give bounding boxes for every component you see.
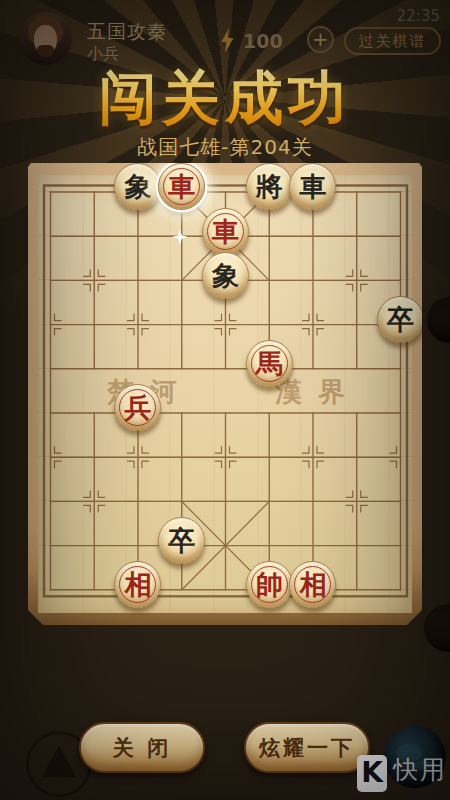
success-title: 闯关成功	[0, 60, 450, 138]
xiangqi-board: 楚河 漢界 象車將車車象卒馬兵卒相帥相	[28, 163, 422, 625]
piece-glyph: 車	[159, 164, 204, 209]
red-elephant: 相	[114, 561, 161, 608]
replay-record-button[interactable]: 过关棋谱	[344, 27, 441, 55]
black-general: 將	[246, 163, 293, 210]
red-soldier: 兵	[114, 384, 161, 431]
piece-glyph: 卒	[159, 518, 204, 563]
piece-glyph: 象	[115, 164, 160, 209]
piece-glyph: 車	[290, 164, 335, 209]
avatar-beard	[37, 45, 54, 57]
red-general: 帥	[246, 561, 293, 608]
lightning-icon	[219, 28, 236, 53]
pieces-layer: 象車將車車象卒馬兵卒相帥相	[29, 170, 423, 612]
piece-glyph: 將	[247, 164, 292, 209]
piece-glyph: 帥	[247, 562, 292, 607]
brag-button[interactable]: 炫耀一下	[244, 722, 370, 773]
black-soldier: 卒	[158, 517, 205, 564]
black-elephant: 象	[114, 163, 161, 210]
status-time: 22:35	[397, 7, 440, 25]
piece-glyph: 象	[203, 253, 248, 298]
black-chariot: 車	[289, 163, 336, 210]
black-elephant: 象	[202, 252, 249, 299]
piece-glyph: 相	[290, 562, 335, 607]
red-elephant: 相	[289, 561, 336, 608]
app-screen: 五国攻秦 小兵 100 + 过关棋谱 22:35 闯关成功 战国七雄-第204关…	[0, 0, 450, 800]
piece-glyph: 車	[203, 209, 248, 254]
piece-glyph: 相	[115, 562, 160, 607]
piece-glyph: 卒	[378, 297, 423, 342]
black-soldier: 卒	[377, 296, 424, 343]
add-energy-button[interactable]: +	[307, 26, 334, 53]
level-subtitle: 战国七雄-第204关	[0, 134, 450, 161]
red-chariot: 車	[202, 208, 249, 255]
kuaiyong-k-logo: K	[357, 755, 387, 792]
close-button[interactable]: 关 闭	[79, 722, 205, 773]
red-chariot: 車	[158, 163, 205, 210]
piece-glyph: 兵	[115, 385, 160, 430]
red-horse: 馬	[246, 340, 293, 387]
kuaiyong-watermark-text: 快用	[393, 753, 447, 786]
energy-value: 100	[243, 30, 283, 52]
avatar[interactable]	[19, 12, 72, 65]
player-name: 五国攻秦	[87, 19, 167, 45]
piece-glyph: 馬	[247, 341, 292, 386]
